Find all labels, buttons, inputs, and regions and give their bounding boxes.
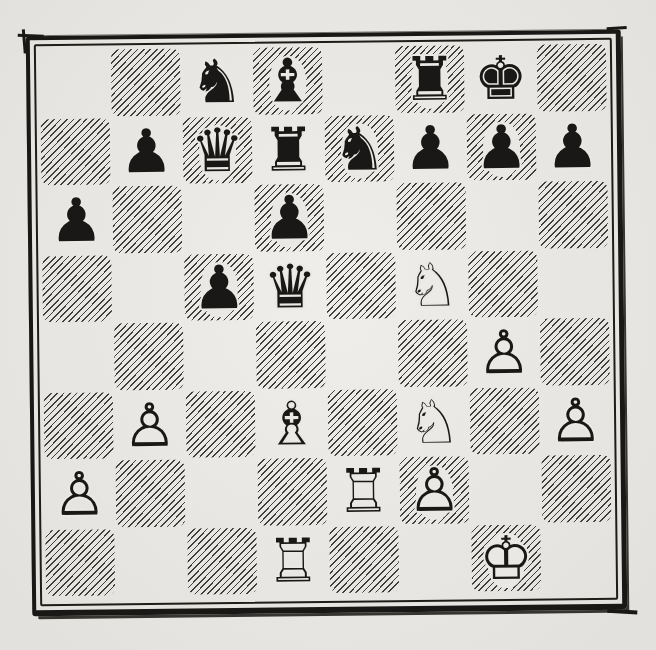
- square-d2: [257, 457, 329, 526]
- square-e1: [328, 525, 400, 594]
- square-g8: ♚: [465, 44, 537, 113]
- white-knight-f3: ♘: [406, 387, 461, 456]
- square-a7: [40, 117, 112, 186]
- black-queen-d5: ♛: [263, 252, 318, 321]
- black-pawn-a6: ♟: [49, 186, 104, 255]
- square-a1: [44, 528, 116, 597]
- white-pawn-h3: ♙: [548, 386, 603, 455]
- square-c5: ♟: [183, 252, 255, 321]
- square-h1: [541, 522, 613, 591]
- square-g3: [469, 386, 541, 455]
- square-g1: ♔: [470, 523, 542, 592]
- square-f6: [395, 181, 467, 250]
- square-d6: ♟: [253, 183, 325, 252]
- square-f1: [399, 524, 471, 593]
- square-a4: [42, 322, 114, 391]
- square-e2: ♖: [328, 456, 400, 525]
- square-e7: ♞: [324, 114, 396, 183]
- square-f7: ♟: [395, 113, 467, 182]
- white-rook-e2: ♖: [336, 457, 391, 526]
- square-b5: [112, 253, 184, 322]
- square-b1: [115, 527, 187, 596]
- black-knight-e7: ♞: [332, 114, 387, 183]
- black-pawn-b7: ♟: [119, 116, 174, 185]
- square-d3: ♗: [256, 389, 328, 458]
- square-a6: ♟: [40, 185, 112, 254]
- square-f8: ♜: [394, 44, 466, 113]
- square-c8: ♞: [181, 47, 253, 116]
- square-f2: ♙: [399, 455, 471, 524]
- square-g5: [467, 249, 539, 318]
- square-f5: ♘: [396, 250, 468, 319]
- square-e5: [325, 251, 397, 320]
- square-b7: ♟: [111, 116, 183, 185]
- square-e4: [326, 319, 398, 388]
- square-a2: ♙: [44, 459, 116, 528]
- square-f4: [397, 318, 469, 387]
- square-b8: [110, 48, 182, 117]
- frame-stroke-overshoot: [607, 26, 627, 30]
- white-knight-f5: ♘: [405, 250, 460, 319]
- black-knight-c8: ♞: [189, 47, 244, 116]
- square-g7: ♟: [466, 112, 538, 181]
- chess-board: ♞♝♜♚♟♛♜♞♟♟♟♟♟♟♛♘♙♙♗♘♙♙♖♙♖♔: [26, 30, 628, 617]
- square-g6: [466, 181, 538, 250]
- square-h8: [536, 43, 608, 112]
- frame-stroke-overshoot: [22, 29, 27, 53]
- square-c7: ♛: [182, 115, 254, 184]
- white-pawn-a2: ♙: [52, 460, 107, 529]
- white-pawn-g4: ♙: [477, 318, 532, 387]
- black-pawn-f7: ♟: [403, 113, 458, 182]
- black-pawn-d6: ♟: [262, 183, 317, 252]
- black-pawn-c5: ♟: [192, 253, 247, 322]
- scanned-book-page: ♞♝♜♚♟♛♜♞♟♟♟♟♟♟♛♘♙♙♗♘♙♙♖♙♖♔: [0, 0, 656, 650]
- black-rook-f8: ♜: [402, 45, 457, 114]
- square-c3: [185, 389, 257, 458]
- square-b2: [115, 459, 187, 528]
- board-inner-frame: ♞♝♜♚♟♛♜♞♟♟♟♟♟♟♛♘♙♙♗♘♙♙♖♙♖♔: [34, 38, 618, 607]
- square-b4: [113, 322, 185, 391]
- black-king-g8: ♚: [473, 44, 528, 113]
- board-outer-frame: ♞♝♜♚♟♛♜♞♟♟♟♟♟♟♛♘♙♙♗♘♙♙♖♙♖♔: [26, 30, 628, 617]
- square-g2: [470, 455, 542, 524]
- square-c1: [186, 526, 258, 595]
- white-bishop-d3: ♗: [264, 389, 319, 458]
- black-bishop-d8: ♝: [260, 46, 315, 115]
- square-c6: [182, 184, 254, 253]
- frame-stroke-overshoot: [607, 609, 637, 615]
- square-e8: [323, 45, 395, 114]
- square-b6: [111, 185, 183, 254]
- square-d5: ♛: [254, 252, 326, 321]
- square-c2: [186, 458, 258, 527]
- square-h6: [537, 180, 609, 249]
- square-h3: ♙: [540, 385, 612, 454]
- black-queen-c7: ♛: [190, 116, 245, 185]
- square-h5: [538, 248, 610, 317]
- square-c4: [184, 321, 256, 390]
- white-pawn-f2: ♙: [407, 456, 462, 525]
- square-a8: [39, 48, 111, 117]
- white-rook-d1: ♖: [266, 526, 321, 595]
- square-a3: [43, 391, 115, 460]
- white-king-g1: ♔: [479, 523, 534, 592]
- black-rook-d7: ♜: [261, 115, 316, 184]
- white-pawn-b3: ♙: [122, 390, 177, 459]
- square-g4: ♙: [468, 318, 540, 387]
- square-f3: ♘: [398, 387, 470, 456]
- square-e3: [327, 388, 399, 457]
- square-h7: ♟: [537, 111, 609, 180]
- square-b3: ♙: [114, 390, 186, 459]
- black-pawn-h7: ♟: [545, 112, 600, 181]
- black-pawn-g7: ♟: [474, 112, 529, 181]
- square-d4: [255, 320, 327, 389]
- square-d8: ♝: [252, 46, 324, 115]
- board-grid: ♞♝♜♚♟♛♜♞♟♟♟♟♟♟♛♘♙♙♗♘♙♙♖♙♖♔: [39, 43, 613, 597]
- square-d1: ♖: [257, 525, 329, 594]
- square-d7: ♜: [253, 115, 325, 184]
- square-e6: [324, 182, 396, 251]
- square-h2: [541, 454, 613, 523]
- square-h4: [539, 317, 611, 386]
- square-a5: [41, 254, 113, 323]
